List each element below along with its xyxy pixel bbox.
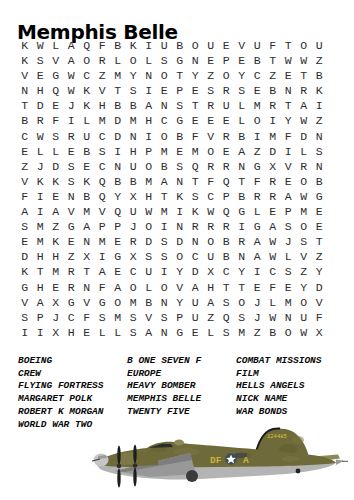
grid-cell[interactable]: D xyxy=(141,234,157,249)
grid-cell[interactable]: Q xyxy=(95,189,111,204)
grid-cell[interactable]: S xyxy=(281,264,297,279)
grid-cell[interactable]: Q xyxy=(95,174,111,189)
grid-cell[interactable]: E xyxy=(33,68,49,83)
grid-cell[interactable]: F xyxy=(48,113,64,128)
grid-cell[interactable]: R xyxy=(250,189,266,204)
grid-cell[interactable]: L xyxy=(33,144,49,159)
grid-cell[interactable]: G xyxy=(172,325,188,340)
grid-cell[interactable]: K xyxy=(172,189,188,204)
grid-cell[interactable]: G xyxy=(48,68,64,83)
grid-cell[interactable]: Q xyxy=(219,174,235,189)
grid-cell[interactable]: K xyxy=(79,174,95,189)
grid-cell[interactable]: P xyxy=(281,204,297,219)
grid-cell[interactable]: L xyxy=(110,325,126,340)
grid-cell[interactable]: S xyxy=(312,144,328,159)
grid-cell[interactable]: N xyxy=(188,53,204,68)
grid-cell[interactable]: B xyxy=(234,189,250,204)
grid-cell[interactable]: T xyxy=(234,174,250,189)
grid-cell[interactable]: O xyxy=(250,113,266,128)
grid-cell[interactable]: Z xyxy=(95,68,111,83)
grid-cell[interactable]: T xyxy=(110,83,126,98)
grid-cell[interactable]: Z xyxy=(250,144,266,159)
grid-cell[interactable]: M xyxy=(110,310,126,325)
grid-cell[interactable]: E xyxy=(265,204,281,219)
grid-cell[interactable]: M xyxy=(33,234,49,249)
grid-cell[interactable]: S xyxy=(126,325,142,340)
grid-cell[interactable]: E xyxy=(234,53,250,68)
grid-cell[interactable]: M xyxy=(157,144,173,159)
grid-cell[interactable]: T xyxy=(188,174,204,189)
grid-cell[interactable]: A xyxy=(141,98,157,113)
grid-cell[interactable]: V xyxy=(141,310,157,325)
grid-cell[interactable]: R xyxy=(64,264,80,279)
grid-cell[interactable]: L xyxy=(296,144,312,159)
grid-cell[interactable]: Z xyxy=(265,68,281,83)
grid-cell[interactable]: W xyxy=(296,113,312,128)
grid-cell[interactable]: Z xyxy=(48,219,64,234)
grid-cell[interactable]: Y xyxy=(234,264,250,279)
grid-cell[interactable]: Y xyxy=(126,68,142,83)
grid-cell[interactable]: G xyxy=(234,204,250,219)
grid-cell[interactable]: K xyxy=(79,83,95,98)
grid-cell[interactable]: I xyxy=(95,249,111,264)
grid-cell[interactable]: E xyxy=(203,53,219,68)
grid-cell[interactable]: R xyxy=(203,219,219,234)
grid-cell[interactable]: I xyxy=(17,325,33,340)
grid-cell[interactable]: F xyxy=(265,38,281,53)
grid-cell[interactable]: L xyxy=(79,113,95,128)
grid-cell[interactable]: N xyxy=(157,295,173,310)
grid-cell[interactable]: K xyxy=(48,234,64,249)
grid-cell[interactable]: E xyxy=(172,144,188,159)
grid-cell[interactable]: R xyxy=(265,174,281,189)
grid-cell[interactable]: I xyxy=(265,113,281,128)
grid-cell[interactable]: E xyxy=(79,325,95,340)
grid-cell[interactable]: E xyxy=(188,113,204,128)
grid-cell[interactable]: L xyxy=(48,144,64,159)
grid-cell[interactable]: U xyxy=(79,129,95,144)
grid-cell[interactable]: X xyxy=(79,249,95,264)
grid-cell[interactable]: B xyxy=(219,249,235,264)
grid-cell[interactable]: T xyxy=(265,53,281,68)
grid-cell[interactable]: X xyxy=(126,249,142,264)
grid-cell[interactable]: A xyxy=(79,219,95,234)
grid-cell[interactable]: J xyxy=(48,310,64,325)
grid-cell[interactable]: F xyxy=(79,310,95,325)
grid-cell[interactable]: H xyxy=(48,249,64,264)
grid-cell[interactable]: F xyxy=(17,189,33,204)
grid-cell[interactable]: N xyxy=(79,280,95,295)
grid-cell[interactable]: V xyxy=(17,174,33,189)
grid-cell[interactable]: E xyxy=(79,159,95,174)
grid-cell[interactable]: I xyxy=(141,38,157,53)
grid-cell[interactable]: R xyxy=(219,159,235,174)
grid-cell[interactable]: E xyxy=(188,325,204,340)
grid-cell[interactable]: E xyxy=(64,234,80,249)
grid-cell[interactable]: D xyxy=(48,159,64,174)
grid-cell[interactable]: T xyxy=(79,264,95,279)
grid-cell[interactable]: M xyxy=(95,113,111,128)
grid-cell[interactable]: W xyxy=(296,53,312,68)
grid-cell[interactable]: H xyxy=(203,280,219,295)
grid-cell[interactable]: S xyxy=(188,189,204,204)
grid-cell[interactable]: I xyxy=(172,204,188,219)
grid-cell[interactable]: B xyxy=(312,68,328,83)
grid-cell[interactable]: S xyxy=(157,53,173,68)
grid-cell[interactable]: E xyxy=(219,38,235,53)
grid-cell[interactable]: A xyxy=(250,249,266,264)
grid-cell[interactable]: J xyxy=(250,295,266,310)
grid-cell[interactable]: M xyxy=(79,204,95,219)
grid-cell[interactable]: H xyxy=(141,189,157,204)
grid-cell[interactable]: R xyxy=(203,98,219,113)
grid-cell[interactable]: V xyxy=(172,280,188,295)
grid-cell[interactable]: O xyxy=(203,144,219,159)
grid-cell[interactable]: A xyxy=(33,295,49,310)
grid-cell[interactable]: Z xyxy=(203,68,219,83)
grid-cell[interactable]: S xyxy=(157,249,173,264)
grid-cell[interactable]: A xyxy=(64,53,80,68)
grid-cell[interactable]: K xyxy=(126,38,142,53)
grid-cell[interactable]: Q xyxy=(219,204,235,219)
grid-cell[interactable]: A xyxy=(250,234,266,249)
grid-cell[interactable]: T xyxy=(312,234,328,249)
grid-cell[interactable]: W xyxy=(296,189,312,204)
grid-cell[interactable]: T xyxy=(281,38,297,53)
grid-cell[interactable]: M xyxy=(141,174,157,189)
grid-cell[interactable]: B xyxy=(234,129,250,144)
grid-cell[interactable]: S xyxy=(172,159,188,174)
grid-cell[interactable]: S xyxy=(172,98,188,113)
grid-cell[interactable]: V xyxy=(312,295,328,310)
grid-cell[interactable]: N xyxy=(172,219,188,234)
grid-cell[interactable]: I xyxy=(64,113,80,128)
grid-cell[interactable]: D xyxy=(110,113,126,128)
grid-cell[interactable]: U xyxy=(219,98,235,113)
grid-cell[interactable]: O xyxy=(141,159,157,174)
grid-cell[interactable]: B xyxy=(312,174,328,189)
grid-cell[interactable]: V xyxy=(17,295,33,310)
grid-cell[interactable]: A xyxy=(17,204,33,219)
grid-cell[interactable]: W xyxy=(141,204,157,219)
grid-cell[interactable]: C xyxy=(250,68,266,83)
grid-cell[interactable]: S xyxy=(234,83,250,98)
grid-cell[interactable]: U xyxy=(312,38,328,53)
grid-cell[interactable]: O xyxy=(296,295,312,310)
grid-cell[interactable]: B xyxy=(110,98,126,113)
grid-cell[interactable]: H xyxy=(33,280,49,295)
grid-cell[interactable]: F xyxy=(188,129,204,144)
grid-cell[interactable]: O xyxy=(219,68,235,83)
grid-cell[interactable]: O xyxy=(126,53,142,68)
grid-cell[interactable]: E xyxy=(250,280,266,295)
grid-cell[interactable]: E xyxy=(48,280,64,295)
grid-cell[interactable]: W xyxy=(33,38,49,53)
grid-cell[interactable]: Y xyxy=(296,280,312,295)
grid-cell[interactable]: V xyxy=(203,129,219,144)
grid-cell[interactable]: F xyxy=(250,174,266,189)
grid-cell[interactable]: N xyxy=(17,83,33,98)
grid-cell[interactable]: F xyxy=(95,38,111,53)
grid-cell[interactable]: E xyxy=(48,189,64,204)
grid-cell[interactable]: Y xyxy=(172,295,188,310)
grid-cell[interactable]: V xyxy=(95,83,111,98)
grid-cell[interactable]: O xyxy=(126,280,142,295)
grid-cell[interactable]: E xyxy=(219,144,235,159)
grid-cell[interactable]: E xyxy=(312,219,328,234)
grid-cell[interactable]: P xyxy=(219,189,235,204)
grid-cell[interactable]: N xyxy=(234,249,250,264)
grid-cell[interactable]: E xyxy=(219,113,235,128)
grid-cell[interactable]: S xyxy=(296,234,312,249)
grid-cell[interactable]: K xyxy=(33,174,49,189)
grid-cell[interactable]: D xyxy=(296,129,312,144)
grid-cell[interactable]: E xyxy=(250,83,266,98)
grid-cell[interactable]: E xyxy=(312,204,328,219)
grid-cell[interactable]: U xyxy=(188,310,204,325)
grid-cell[interactable]: W xyxy=(64,68,80,83)
grid-cell[interactable]: L xyxy=(110,53,126,68)
grid-cell[interactable]: R xyxy=(219,219,235,234)
grid-cell[interactable]: M xyxy=(234,325,250,340)
grid-cell[interactable]: B xyxy=(79,189,95,204)
grid-cell[interactable]: T xyxy=(281,98,297,113)
grid-cell[interactable]: D xyxy=(110,129,126,144)
grid-cell[interactable]: V xyxy=(17,68,33,83)
grid-cell[interactable]: X xyxy=(265,159,281,174)
grid-cell[interactable]: W xyxy=(203,204,219,219)
grid-cell[interactable]: H xyxy=(33,83,49,98)
grid-cell[interactable]: G xyxy=(110,249,126,264)
grid-cell[interactable]: S xyxy=(234,310,250,325)
grid-cell[interactable]: N xyxy=(141,68,157,83)
grid-cell[interactable]: R xyxy=(95,53,111,68)
grid-cell[interactable]: O xyxy=(203,234,219,249)
grid-cell[interactable]: K xyxy=(17,53,33,68)
grid-cell[interactable]: J xyxy=(64,98,80,113)
grid-cell[interactable]: E xyxy=(17,144,33,159)
grid-cell[interactable]: W xyxy=(265,249,281,264)
grid-cell[interactable]: O xyxy=(281,325,297,340)
grid-cell[interactable]: R xyxy=(126,234,142,249)
grid-cell[interactable]: W xyxy=(265,310,281,325)
grid-cell[interactable]: C xyxy=(265,264,281,279)
grid-cell[interactable]: R xyxy=(188,219,204,234)
grid-cell[interactable]: U xyxy=(157,38,173,53)
grid-cell[interactable]: F xyxy=(95,280,111,295)
grid-cell[interactable]: B xyxy=(265,83,281,98)
grid-cell[interactable]: Y xyxy=(234,68,250,83)
grid-cell[interactable]: B xyxy=(141,295,157,310)
grid-cell[interactable]: T xyxy=(234,280,250,295)
grid-cell[interactable]: N xyxy=(312,129,328,144)
grid-cell[interactable]: S xyxy=(33,53,49,68)
grid-cell[interactable]: F xyxy=(312,310,328,325)
grid-cell[interactable]: S xyxy=(281,219,297,234)
grid-cell[interactable]: E xyxy=(281,174,297,189)
grid-cell[interactable]: B xyxy=(126,174,142,189)
grid-cell[interactable]: T xyxy=(172,68,188,83)
grid-cell[interactable]: P xyxy=(110,219,126,234)
grid-cell[interactable]: L xyxy=(95,325,111,340)
grid-cell[interactable]: N xyxy=(234,159,250,174)
grid-cell[interactable]: I xyxy=(141,83,157,98)
grid-cell[interactable]: I xyxy=(250,264,266,279)
grid-cell[interactable]: I xyxy=(250,129,266,144)
grid-cell[interactable]: J xyxy=(250,310,266,325)
grid-cell[interactable]: C xyxy=(203,189,219,204)
grid-cell[interactable]: E xyxy=(188,83,204,98)
grid-cell[interactable]: B xyxy=(265,325,281,340)
grid-cell[interactable]: K xyxy=(17,264,33,279)
grid-cell[interactable]: O xyxy=(234,295,250,310)
grid-cell[interactable]: O xyxy=(157,129,173,144)
grid-cell[interactable]: S xyxy=(17,310,33,325)
grid-cell[interactable]: E xyxy=(281,68,297,83)
grid-cell[interactable]: Z xyxy=(296,264,312,279)
grid-cell[interactable]: C xyxy=(126,264,142,279)
grid-cell[interactable]: L xyxy=(48,38,64,53)
grid-cell[interactable]: C xyxy=(64,310,80,325)
grid-cell[interactable]: B xyxy=(172,129,188,144)
grid-cell[interactable]: G xyxy=(172,53,188,68)
grid-cell[interactable]: R xyxy=(265,98,281,113)
grid-cell[interactable]: S xyxy=(126,83,142,98)
grid-cell[interactable]: A xyxy=(188,280,204,295)
grid-cell[interactable]: U xyxy=(203,249,219,264)
grid-cell[interactable]: X xyxy=(312,325,328,340)
grid-cell[interactable]: V xyxy=(64,204,80,219)
grid-cell[interactable]: V xyxy=(234,38,250,53)
grid-cell[interactable]: C xyxy=(188,249,204,264)
grid-cell[interactable]: Q xyxy=(110,204,126,219)
grid-cell[interactable]: Q xyxy=(48,83,64,98)
grid-cell[interactable]: I xyxy=(110,144,126,159)
grid-cell[interactable]: M xyxy=(95,234,111,249)
grid-cell[interactable]: S xyxy=(126,310,142,325)
grid-cell[interactable]: P xyxy=(33,310,49,325)
grid-cell[interactable]: J xyxy=(281,234,297,249)
grid-cell[interactable]: P xyxy=(141,144,157,159)
grid-cell[interactable]: W xyxy=(265,234,281,249)
grid-cell[interactable]: K xyxy=(312,83,328,98)
grid-cell[interactable]: A xyxy=(141,325,157,340)
grid-cell[interactable]: Z xyxy=(64,249,80,264)
grid-cell[interactable]: L xyxy=(141,280,157,295)
grid-cell[interactable]: K xyxy=(188,204,204,219)
grid-cell[interactable]: J xyxy=(126,219,142,234)
grid-cell[interactable]: E xyxy=(64,144,80,159)
grid-cell[interactable]: M xyxy=(265,129,281,144)
grid-cell[interactable]: M xyxy=(126,295,142,310)
grid-cell[interactable]: W xyxy=(296,325,312,340)
grid-cell[interactable]: R xyxy=(219,83,235,98)
grid-cell[interactable]: E xyxy=(203,113,219,128)
grid-cell[interactable]: T xyxy=(33,264,49,279)
grid-cell[interactable]: O xyxy=(141,219,157,234)
grid-cell[interactable]: S xyxy=(219,325,235,340)
grid-cell[interactable]: H xyxy=(64,325,80,340)
grid-cell[interactable]: C xyxy=(95,159,111,174)
grid-cell[interactable]: Q xyxy=(188,159,204,174)
grid-cell[interactable]: I xyxy=(141,129,157,144)
grid-cell[interactable]: L xyxy=(265,295,281,310)
grid-cell[interactable]: C xyxy=(79,68,95,83)
grid-cell[interactable]: B xyxy=(17,113,33,128)
grid-cell[interactable]: I xyxy=(234,219,250,234)
grid-cell[interactable]: Z xyxy=(312,249,328,264)
grid-cell[interactable]: G xyxy=(172,113,188,128)
grid-cell[interactable]: I xyxy=(157,264,173,279)
grid-cell[interactable]: R xyxy=(203,159,219,174)
grid-cell[interactable]: M xyxy=(296,204,312,219)
grid-cell[interactable]: Y xyxy=(110,189,126,204)
grid-cell[interactable]: T xyxy=(296,68,312,83)
grid-cell[interactable]: S xyxy=(203,83,219,98)
grid-cell[interactable]: D xyxy=(17,249,33,264)
grid-cell[interactable]: X xyxy=(126,189,142,204)
grid-cell[interactable]: B xyxy=(79,144,95,159)
grid-cell[interactable]: I xyxy=(281,144,297,159)
grid-cell[interactable]: Q xyxy=(219,310,235,325)
grid-cell[interactable]: E xyxy=(110,264,126,279)
grid-cell[interactable]: W xyxy=(281,53,297,68)
grid-cell[interactable]: G xyxy=(64,219,80,234)
grid-cell[interactable]: G xyxy=(95,295,111,310)
grid-cell[interactable]: V xyxy=(48,53,64,68)
grid-cell[interactable]: F xyxy=(203,174,219,189)
grid-cell[interactable]: N xyxy=(157,98,173,113)
grid-cell[interactable]: C xyxy=(95,129,111,144)
grid-cell[interactable]: B xyxy=(110,38,126,53)
grid-cell[interactable]: W xyxy=(64,83,80,98)
grid-cell[interactable]: K xyxy=(48,174,64,189)
grid-cell[interactable]: Z xyxy=(312,53,328,68)
grid-cell[interactable]: M xyxy=(157,204,173,219)
grid-cell[interactable]: M xyxy=(188,144,204,159)
grid-cell[interactable]: I xyxy=(157,219,173,234)
grid-cell[interactable]: L xyxy=(234,98,250,113)
grid-cell[interactable]: F xyxy=(265,280,281,295)
grid-cell[interactable]: O xyxy=(172,249,188,264)
grid-cell[interactable]: G xyxy=(250,159,266,174)
grid-cell[interactable]: R xyxy=(64,129,80,144)
grid-cell[interactable]: Y xyxy=(281,113,297,128)
grid-cell[interactable]: V xyxy=(79,295,95,310)
grid-cell[interactable]: G xyxy=(17,280,33,295)
grid-cell[interactable]: S xyxy=(64,159,80,174)
grid-cell[interactable]: Y xyxy=(312,264,328,279)
grid-cell[interactable]: R xyxy=(234,234,250,249)
grid-cell[interactable]: N xyxy=(79,234,95,249)
grid-cell[interactable]: T xyxy=(219,280,235,295)
grid-cell[interactable]: R xyxy=(296,159,312,174)
grid-cell[interactable]: P xyxy=(95,219,111,234)
grid-cell[interactable]: B xyxy=(250,53,266,68)
grid-cell[interactable]: N xyxy=(188,234,204,249)
grid-cell[interactable]: M xyxy=(110,68,126,83)
grid-cell[interactable]: A xyxy=(296,98,312,113)
grid-cell[interactable]: A xyxy=(64,38,80,53)
grid-cell[interactable]: V xyxy=(296,249,312,264)
grid-cell[interactable]: N xyxy=(157,325,173,340)
grid-cell[interactable]: S xyxy=(95,310,111,325)
grid-cell[interactable]: N xyxy=(281,310,297,325)
grid-cell[interactable]: L xyxy=(234,113,250,128)
grid-cell[interactable]: Z xyxy=(203,310,219,325)
grid-cell[interactable]: Z xyxy=(17,159,33,174)
grid-cell[interactable]: O xyxy=(296,38,312,53)
